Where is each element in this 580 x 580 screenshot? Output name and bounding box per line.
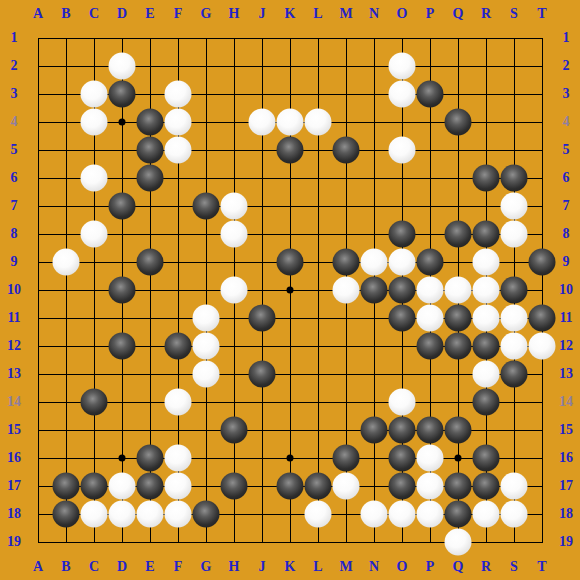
row-label-left-6: 6 xyxy=(11,171,18,185)
stone-white-O9 xyxy=(389,249,416,276)
stone-black-K9 xyxy=(277,249,304,276)
col-label-bottom-N: N xyxy=(369,560,379,574)
stone-white-K4 xyxy=(277,109,304,136)
stone-black-H17 xyxy=(221,473,248,500)
stone-white-F3 xyxy=(165,81,192,108)
stone-white-F5 xyxy=(165,137,192,164)
stone-black-H15 xyxy=(221,417,248,444)
row-label-left-15: 15 xyxy=(7,423,21,437)
col-label-top-B: B xyxy=(61,7,70,21)
stone-white-C4 xyxy=(81,109,108,136)
stone-black-S13 xyxy=(501,361,528,388)
row-label-right-1: 1 xyxy=(563,31,570,45)
stone-black-Q11 xyxy=(445,305,472,332)
stone-white-M10 xyxy=(333,277,360,304)
stone-black-N15 xyxy=(361,417,388,444)
row-label-left-4: 4 xyxy=(11,115,18,129)
stone-white-S17 xyxy=(501,473,528,500)
col-label-top-A: A xyxy=(33,7,43,21)
stone-white-O2 xyxy=(389,53,416,80)
stone-white-O14 xyxy=(389,389,416,416)
stone-white-L4 xyxy=(305,109,332,136)
stone-black-Q8 xyxy=(445,221,472,248)
row-label-left-9: 9 xyxy=(11,255,18,269)
stone-white-G11 xyxy=(193,305,220,332)
col-label-top-H: H xyxy=(229,7,240,21)
stone-black-T11 xyxy=(529,305,556,332)
col-label-bottom-O: O xyxy=(397,560,408,574)
stone-white-F14 xyxy=(165,389,192,416)
row-label-right-8: 8 xyxy=(563,227,570,241)
stone-black-G18 xyxy=(193,501,220,528)
row-label-left-16: 16 xyxy=(7,451,21,465)
stone-white-P17 xyxy=(417,473,444,500)
stone-white-O5 xyxy=(389,137,416,164)
stone-white-R13 xyxy=(473,361,500,388)
stone-black-Q4 xyxy=(445,109,472,136)
row-label-left-1: 1 xyxy=(11,31,18,45)
stone-black-D7 xyxy=(109,193,136,220)
stone-black-L17 xyxy=(305,473,332,500)
row-label-right-14: 14 xyxy=(559,395,573,409)
stone-white-Q10 xyxy=(445,277,472,304)
stone-black-M16 xyxy=(333,445,360,472)
col-label-bottom-A: A xyxy=(33,560,43,574)
stone-white-H10 xyxy=(221,277,248,304)
stone-black-O15 xyxy=(389,417,416,444)
col-label-top-J: J xyxy=(259,7,266,21)
stone-white-P11 xyxy=(417,305,444,332)
stone-black-P12 xyxy=(417,333,444,360)
row-label-right-13: 13 xyxy=(559,367,573,381)
col-label-top-E: E xyxy=(145,7,154,21)
col-label-top-L: L xyxy=(313,7,322,21)
row-label-left-10: 10 xyxy=(7,283,21,297)
row-label-right-15: 15 xyxy=(559,423,573,437)
star-point-K10 xyxy=(287,287,294,294)
stone-black-E9 xyxy=(137,249,164,276)
row-label-right-18: 18 xyxy=(559,507,573,521)
stone-white-F16 xyxy=(165,445,192,472)
stone-black-J13 xyxy=(249,361,276,388)
row-label-right-6: 6 xyxy=(563,171,570,185)
stone-black-S10 xyxy=(501,277,528,304)
stone-black-G7 xyxy=(193,193,220,220)
col-label-bottom-C: C xyxy=(89,560,99,574)
stone-white-Q19 xyxy=(445,529,472,556)
stone-black-M5 xyxy=(333,137,360,164)
stone-black-Q12 xyxy=(445,333,472,360)
stone-black-T9 xyxy=(529,249,556,276)
stone-white-T12 xyxy=(529,333,556,360)
row-label-right-17: 17 xyxy=(559,479,573,493)
stone-black-P15 xyxy=(417,417,444,444)
row-label-left-3: 3 xyxy=(11,87,18,101)
stone-white-H7 xyxy=(221,193,248,220)
col-label-bottom-J: J xyxy=(259,560,266,574)
stone-black-F12 xyxy=(165,333,192,360)
row-label-left-7: 7 xyxy=(11,199,18,213)
stone-white-S7 xyxy=(501,193,528,220)
col-label-bottom-F: F xyxy=(174,560,183,574)
stone-white-S8 xyxy=(501,221,528,248)
stone-white-C3 xyxy=(81,81,108,108)
stone-black-O8 xyxy=(389,221,416,248)
stone-black-D3 xyxy=(109,81,136,108)
star-point-D16 xyxy=(119,455,126,462)
stone-black-R16 xyxy=(473,445,500,472)
col-label-top-M: M xyxy=(339,7,352,21)
row-label-right-2: 2 xyxy=(563,59,570,73)
col-label-top-R: R xyxy=(481,7,491,21)
col-label-top-D: D xyxy=(117,7,127,21)
stone-black-K5 xyxy=(277,137,304,164)
col-label-top-K: K xyxy=(285,7,296,21)
stone-black-Q15 xyxy=(445,417,472,444)
row-label-left-17: 17 xyxy=(7,479,21,493)
col-label-top-F: F xyxy=(174,7,183,21)
star-point-D4 xyxy=(119,119,126,126)
row-label-left-19: 19 xyxy=(7,535,21,549)
stone-white-S18 xyxy=(501,501,528,528)
col-label-bottom-E: E xyxy=(145,560,154,574)
stone-white-F4 xyxy=(165,109,192,136)
stone-white-B9 xyxy=(53,249,80,276)
stone-white-R11 xyxy=(473,305,500,332)
stone-black-O16 xyxy=(389,445,416,472)
stone-white-P16 xyxy=(417,445,444,472)
row-label-left-2: 2 xyxy=(11,59,18,73)
row-label-right-10: 10 xyxy=(559,283,573,297)
col-label-top-P: P xyxy=(426,7,435,21)
stone-black-N10 xyxy=(361,277,388,304)
stone-black-C14 xyxy=(81,389,108,416)
stone-white-R9 xyxy=(473,249,500,276)
stone-white-G12 xyxy=(193,333,220,360)
stone-black-M9 xyxy=(333,249,360,276)
stone-white-F17 xyxy=(165,473,192,500)
stone-white-D2 xyxy=(109,53,136,80)
stone-black-R6 xyxy=(473,165,500,192)
col-label-bottom-D: D xyxy=(117,560,127,574)
row-label-right-19: 19 xyxy=(559,535,573,549)
col-label-bottom-H: H xyxy=(229,560,240,574)
stone-black-S6 xyxy=(501,165,528,192)
stone-black-Q18 xyxy=(445,501,472,528)
col-label-top-T: T xyxy=(537,7,546,21)
stone-white-P10 xyxy=(417,277,444,304)
star-point-Q16 xyxy=(455,455,462,462)
col-label-bottom-T: T xyxy=(537,560,546,574)
col-label-bottom-L: L xyxy=(313,560,322,574)
stone-white-E18 xyxy=(137,501,164,528)
col-label-top-G: G xyxy=(201,7,212,21)
stone-black-P9 xyxy=(417,249,444,276)
col-label-bottom-Q: Q xyxy=(453,560,464,574)
row-label-left-5: 5 xyxy=(11,143,18,157)
col-label-bottom-S: S xyxy=(510,560,518,574)
stone-white-C6 xyxy=(81,165,108,192)
stone-white-S11 xyxy=(501,305,528,332)
col-label-bottom-G: G xyxy=(201,560,212,574)
stone-black-D12 xyxy=(109,333,136,360)
stone-white-M17 xyxy=(333,473,360,500)
col-label-bottom-K: K xyxy=(285,560,296,574)
col-label-top-O: O xyxy=(397,7,408,21)
stone-white-H8 xyxy=(221,221,248,248)
stone-white-D18 xyxy=(109,501,136,528)
stone-black-B18 xyxy=(53,501,80,528)
row-label-left-13: 13 xyxy=(7,367,21,381)
star-point-K16 xyxy=(287,455,294,462)
stone-black-O10 xyxy=(389,277,416,304)
stone-black-K17 xyxy=(277,473,304,500)
stone-black-E17 xyxy=(137,473,164,500)
row-label-right-4: 4 xyxy=(563,115,570,129)
stone-white-C18 xyxy=(81,501,108,528)
stone-black-E6 xyxy=(137,165,164,192)
col-label-bottom-B: B xyxy=(61,560,70,574)
stone-white-D17 xyxy=(109,473,136,500)
col-label-top-N: N xyxy=(369,7,379,21)
stone-white-N18 xyxy=(361,501,388,528)
stone-white-J4 xyxy=(249,109,276,136)
stone-black-B17 xyxy=(53,473,80,500)
stone-white-R18 xyxy=(473,501,500,528)
stone-black-R14 xyxy=(473,389,500,416)
stone-white-R10 xyxy=(473,277,500,304)
row-label-left-8: 8 xyxy=(11,227,18,241)
stone-white-O3 xyxy=(389,81,416,108)
stone-black-R8 xyxy=(473,221,500,248)
stone-black-Q17 xyxy=(445,473,472,500)
row-label-left-11: 11 xyxy=(7,311,20,325)
stone-black-J11 xyxy=(249,305,276,332)
row-label-right-5: 5 xyxy=(563,143,570,157)
col-label-top-C: C xyxy=(89,7,99,21)
stone-white-O18 xyxy=(389,501,416,528)
row-label-right-7: 7 xyxy=(563,199,570,213)
stone-black-P3 xyxy=(417,81,444,108)
stone-black-E16 xyxy=(137,445,164,472)
stone-black-O17 xyxy=(389,473,416,500)
stone-white-S12 xyxy=(501,333,528,360)
stone-white-P18 xyxy=(417,501,444,528)
col-label-bottom-R: R xyxy=(481,560,491,574)
stone-white-F18 xyxy=(165,501,192,528)
col-label-top-S: S xyxy=(510,7,518,21)
stone-black-R12 xyxy=(473,333,500,360)
go-board[interactable]: AABBCCDDEEFFGGHHJJKKLLMMNNOOPPQQRRSSTT11… xyxy=(0,0,580,580)
stone-white-G13 xyxy=(193,361,220,388)
row-label-left-18: 18 xyxy=(7,507,21,521)
col-label-bottom-M: M xyxy=(339,560,352,574)
row-label-right-11: 11 xyxy=(559,311,572,325)
stone-black-E5 xyxy=(137,137,164,164)
row-label-right-9: 9 xyxy=(563,255,570,269)
stone-white-N9 xyxy=(361,249,388,276)
row-label-right-12: 12 xyxy=(559,339,573,353)
stone-white-L18 xyxy=(305,501,332,528)
stone-black-R17 xyxy=(473,473,500,500)
stone-black-C17 xyxy=(81,473,108,500)
col-label-bottom-P: P xyxy=(426,560,435,574)
col-label-top-Q: Q xyxy=(453,7,464,21)
stone-black-O11 xyxy=(389,305,416,332)
row-label-left-12: 12 xyxy=(7,339,21,353)
row-label-right-16: 16 xyxy=(559,451,573,465)
stone-black-E4 xyxy=(137,109,164,136)
row-label-right-3: 3 xyxy=(563,87,570,101)
stone-black-D10 xyxy=(109,277,136,304)
stone-white-C8 xyxy=(81,221,108,248)
row-label-left-14: 14 xyxy=(7,395,21,409)
